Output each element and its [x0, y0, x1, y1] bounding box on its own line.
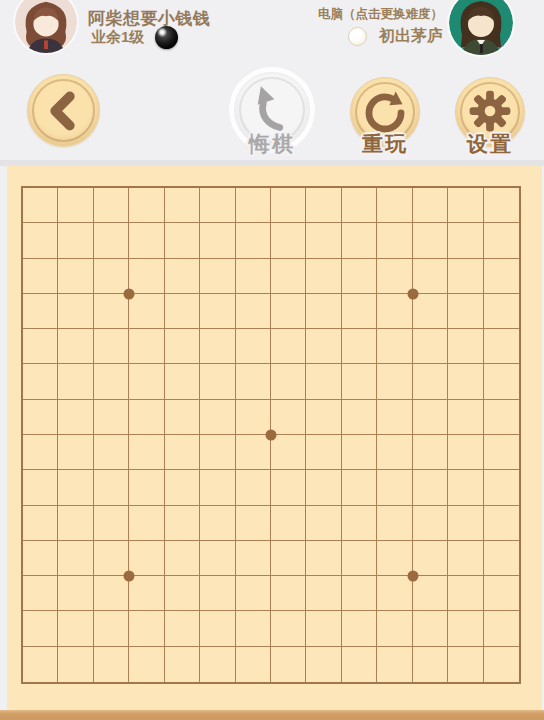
board-cell[interactable] [200, 364, 235, 399]
board-cell[interactable] [236, 435, 271, 470]
board-cell[interactable] [271, 400, 306, 435]
board-cell[interactable] [165, 223, 200, 258]
board-cell[interactable] [165, 541, 200, 576]
board-cell[interactable] [306, 435, 341, 470]
player-rank: 业余1级 [91, 28, 144, 47]
board-cell[interactable] [23, 400, 58, 435]
board-cell[interactable] [58, 400, 93, 435]
board-cell[interactable] [94, 223, 129, 258]
board-cell[interactable] [271, 576, 306, 611]
board-cell[interactable] [377, 611, 412, 646]
board-cell[interactable] [200, 506, 235, 541]
board-cell[interactable] [413, 294, 448, 329]
board-cell[interactable] [448, 259, 483, 294]
board-cell[interactable] [484, 647, 519, 682]
board-edge-strip [0, 710, 544, 720]
board-cell[interactable] [342, 611, 377, 646]
board-cell[interactable] [58, 647, 93, 682]
board-cell[interactable] [129, 647, 164, 682]
board-cell[interactable] [129, 223, 164, 258]
board-cell[interactable] [484, 188, 519, 223]
board-cell[interactable] [306, 259, 341, 294]
star-point [407, 571, 418, 582]
board-cell[interactable] [413, 576, 448, 611]
board-cell[interactable] [58, 576, 93, 611]
board-cell[interactable] [200, 400, 235, 435]
board-cell[interactable] [129, 364, 164, 399]
board-cell[interactable] [342, 329, 377, 364]
board-cell[interactable] [306, 400, 341, 435]
board-cell[interactable] [413, 259, 448, 294]
board-cell[interactable] [484, 329, 519, 364]
board-cell[interactable] [271, 223, 306, 258]
board-cell[interactable] [58, 294, 93, 329]
board-cell[interactable] [377, 470, 412, 505]
board-cell[interactable] [23, 259, 58, 294]
board-cell[interactable] [484, 364, 519, 399]
board-cell[interactable] [484, 259, 519, 294]
player-avatar [15, 0, 77, 53]
board-cell[interactable] [342, 188, 377, 223]
board-cell[interactable] [165, 611, 200, 646]
board-cell[interactable] [200, 223, 235, 258]
board-cell[interactable] [377, 647, 412, 682]
board-cell[interactable] [165, 329, 200, 364]
board-cell[interactable] [129, 259, 164, 294]
board-cell[interactable] [94, 541, 129, 576]
board-cell[interactable] [377, 329, 412, 364]
board-cell[interactable] [165, 506, 200, 541]
board-cell[interactable] [377, 223, 412, 258]
board-cell[interactable] [200, 188, 235, 223]
board-cell[interactable] [448, 294, 483, 329]
computer-avatar-art [449, 0, 513, 55]
board-cell[interactable] [342, 223, 377, 258]
board-cell[interactable] [165, 364, 200, 399]
board-cell[interactable] [413, 506, 448, 541]
chevron-left-icon [28, 75, 99, 146]
app-screen: 阿柴想要小钱钱 业余1级 电脑（点击更换难度） 初出茅庐 [0, 0, 544, 720]
board-cell[interactable] [236, 188, 271, 223]
board-cell[interactable] [58, 259, 93, 294]
board-cell[interactable] [306, 329, 341, 364]
board-cell[interactable] [236, 329, 271, 364]
board-cell[interactable] [306, 611, 341, 646]
star-point [407, 288, 418, 299]
board-cell[interactable] [200, 259, 235, 294]
settings-label: 设置 [445, 130, 535, 158]
board-cell[interactable] [342, 259, 377, 294]
board-cell[interactable] [448, 541, 483, 576]
board-cell[interactable] [271, 294, 306, 329]
board-grid[interactable] [21, 186, 521, 684]
board-cell[interactable] [448, 223, 483, 258]
board-cell[interactable] [413, 364, 448, 399]
board-cell[interactable] [377, 259, 412, 294]
board-cell[interactable] [271, 506, 306, 541]
board-cell[interactable] [448, 611, 483, 646]
board-cell[interactable] [58, 611, 93, 646]
board-cell[interactable] [200, 647, 235, 682]
board-cell[interactable] [413, 541, 448, 576]
board-cell[interactable] [200, 329, 235, 364]
board-cell[interactable] [58, 506, 93, 541]
board-cell[interactable] [377, 576, 412, 611]
board-cell[interactable] [484, 470, 519, 505]
board-cell[interactable] [165, 400, 200, 435]
board-cell[interactable] [94, 259, 129, 294]
star-point [266, 430, 277, 441]
board-cell[interactable] [342, 470, 377, 505]
computer-rank-row: 初出茅庐 [348, 25, 443, 47]
board-cell[interactable] [94, 506, 129, 541]
board-cell[interactable] [236, 400, 271, 435]
black-stone-icon [155, 26, 178, 49]
board-cell[interactable] [448, 364, 483, 399]
board-cell[interactable] [271, 364, 306, 399]
board-cell[interactable] [94, 364, 129, 399]
board-cell[interactable] [236, 223, 271, 258]
player-avatar-art [15, 0, 77, 53]
undo-label: 悔棋 [227, 130, 317, 158]
board-cell[interactable] [129, 400, 164, 435]
board-cell[interactable] [413, 329, 448, 364]
board-cell[interactable] [23, 364, 58, 399]
board-cell[interactable] [271, 470, 306, 505]
board-cell[interactable] [377, 364, 412, 399]
board-cell[interactable] [271, 647, 306, 682]
board-cell[interactable] [342, 364, 377, 399]
board-cell[interactable] [271, 435, 306, 470]
board-cell[interactable] [484, 611, 519, 646]
star-point [124, 288, 135, 299]
board-cell[interactable] [129, 294, 164, 329]
board-cell[interactable] [448, 576, 483, 611]
board-cell[interactable] [448, 470, 483, 505]
board-cell[interactable] [484, 506, 519, 541]
board-cell[interactable] [271, 611, 306, 646]
board-cell[interactable] [23, 541, 58, 576]
board-cell[interactable] [448, 647, 483, 682]
board-cell[interactable] [236, 259, 271, 294]
board-cell[interactable] [129, 611, 164, 646]
board-cell[interactable] [94, 329, 129, 364]
computer-avatar[interactable] [449, 0, 513, 55]
board-cell[interactable] [200, 470, 235, 505]
board-cell[interactable] [94, 576, 129, 611]
board-cell[interactable] [306, 223, 341, 258]
replay-label: 重玩 [340, 130, 430, 158]
board-cell[interactable] [236, 611, 271, 646]
board-cell[interactable] [23, 188, 58, 223]
board-cell[interactable] [58, 364, 93, 399]
board-cell[interactable] [448, 400, 483, 435]
board-cell[interactable] [377, 188, 412, 223]
board-cell[interactable] [23, 611, 58, 646]
board-cell[interactable] [23, 647, 58, 682]
board-cell[interactable] [413, 435, 448, 470]
board-cell[interactable] [342, 541, 377, 576]
board-cell[interactable] [165, 647, 200, 682]
board-cell[interactable] [236, 541, 271, 576]
board-cell[interactable] [94, 470, 129, 505]
board-cell[interactable] [165, 435, 200, 470]
board-cell[interactable] [23, 576, 58, 611]
board-cell[interactable] [200, 541, 235, 576]
board-cell[interactable] [484, 435, 519, 470]
board-cell[interactable] [23, 506, 58, 541]
board-cell[interactable] [129, 576, 164, 611]
board-cell[interactable] [94, 188, 129, 223]
board-cell[interactable] [271, 259, 306, 294]
board-cell[interactable] [129, 506, 164, 541]
board-cell[interactable] [377, 506, 412, 541]
board-cell[interactable] [448, 188, 483, 223]
board-cell[interactable] [58, 435, 93, 470]
board-cell[interactable] [236, 576, 271, 611]
board-cell[interactable] [271, 541, 306, 576]
board-cell[interactable] [306, 294, 341, 329]
board-cell[interactable] [342, 294, 377, 329]
board-cell[interactable] [377, 435, 412, 470]
board-cell[interactable] [306, 647, 341, 682]
board-cell[interactable] [165, 188, 200, 223]
board-cell[interactable] [342, 647, 377, 682]
player-rank-row: 业余1级 [91, 25, 178, 49]
board-cell[interactable] [377, 294, 412, 329]
board-cell[interactable] [94, 400, 129, 435]
board-cell[interactable] [306, 576, 341, 611]
board-cell[interactable] [200, 576, 235, 611]
board-cell[interactable] [377, 400, 412, 435]
board-cell[interactable] [94, 294, 129, 329]
star-point [124, 571, 135, 582]
board-cell[interactable] [448, 435, 483, 470]
board-cell[interactable] [129, 435, 164, 470]
board-cell[interactable] [129, 329, 164, 364]
board-cell[interactable] [58, 470, 93, 505]
board-cell[interactable] [413, 400, 448, 435]
board-cell[interactable] [413, 611, 448, 646]
board-cell[interactable] [94, 435, 129, 470]
back-button[interactable] [27, 74, 100, 147]
board-cell[interactable] [165, 294, 200, 329]
board-cell[interactable] [58, 223, 93, 258]
board-cell[interactable] [23, 329, 58, 364]
board-cell[interactable] [94, 647, 129, 682]
board-cell[interactable] [484, 294, 519, 329]
board-cell[interactable] [413, 188, 448, 223]
board-cell[interactable] [200, 294, 235, 329]
board-cell[interactable] [23, 470, 58, 505]
board-cell[interactable] [23, 223, 58, 258]
board-cell[interactable] [342, 506, 377, 541]
computer-rank: 初出茅庐 [379, 26, 443, 47]
board-cell[interactable] [200, 435, 235, 470]
board-cell[interactable] [342, 400, 377, 435]
board-cell[interactable] [165, 576, 200, 611]
board-cell[interactable] [236, 647, 271, 682]
board-cell[interactable] [342, 576, 377, 611]
board-cell[interactable] [306, 541, 341, 576]
board-cell[interactable] [129, 541, 164, 576]
board-cell[interactable] [236, 506, 271, 541]
board-cell[interactable] [413, 470, 448, 505]
board-cell[interactable] [58, 188, 93, 223]
gomoku-board [7, 166, 542, 710]
board-cell[interactable] [306, 188, 341, 223]
board-cell[interactable] [377, 541, 412, 576]
board-cell[interactable] [200, 611, 235, 646]
board-cell[interactable] [306, 470, 341, 505]
board-cell[interactable] [165, 470, 200, 505]
board-cell[interactable] [484, 541, 519, 576]
board-cell[interactable] [58, 329, 93, 364]
board-cell[interactable] [413, 223, 448, 258]
board-cell[interactable] [448, 329, 483, 364]
board-cell[interactable] [448, 506, 483, 541]
board-cell[interactable] [236, 470, 271, 505]
board-cell[interactable] [23, 435, 58, 470]
board-cell[interactable] [236, 364, 271, 399]
board-cell[interactable] [165, 259, 200, 294]
board-cell[interactable] [306, 506, 341, 541]
board-cell[interactable] [129, 188, 164, 223]
board-cell[interactable] [342, 435, 377, 470]
board-cell[interactable] [271, 329, 306, 364]
computer-name[interactable]: 电脑（点击更换难度） [318, 6, 443, 23]
board-cell[interactable] [484, 223, 519, 258]
white-stone-icon [348, 27, 367, 46]
board-cell[interactable] [484, 400, 519, 435]
board-cell[interactable] [306, 364, 341, 399]
board-cell[interactable] [58, 541, 93, 576]
board-cell[interactable] [271, 188, 306, 223]
board-cell[interactable] [23, 294, 58, 329]
board-cell[interactable] [413, 647, 448, 682]
board-cell[interactable] [484, 576, 519, 611]
board-cell[interactable] [94, 611, 129, 646]
board-cell[interactable] [236, 294, 271, 329]
board-cell[interactable] [129, 470, 164, 505]
